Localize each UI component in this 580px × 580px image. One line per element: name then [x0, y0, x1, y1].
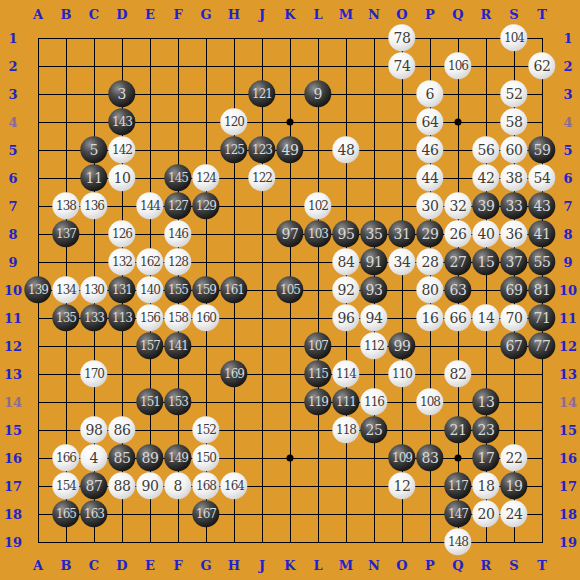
column-label-top: R — [481, 8, 492, 21]
stone-a10[interactable]: 139 — [24, 276, 51, 303]
stone-l14[interactable]: 119 — [304, 388, 331, 415]
move-number: 96 — [338, 311, 355, 325]
move-number: 135 — [56, 312, 76, 324]
move-number: 64 — [422, 115, 439, 129]
stone-l12[interactable]: 107 — [304, 332, 331, 359]
stone-q18[interactable]: 147 — [444, 500, 471, 527]
stone-c11[interactable]: 133 — [80, 304, 107, 331]
move-number: 98 — [86, 423, 103, 437]
stone-g7[interactable]: 129 — [192, 192, 219, 219]
move-number: 160 — [196, 312, 216, 324]
move-number: 62 — [534, 59, 551, 73]
star-point — [287, 455, 294, 462]
move-number: 156 — [140, 312, 160, 324]
stone-e16[interactable]: 89 — [136, 444, 163, 471]
stone-n9[interactable]: 91 — [360, 248, 387, 275]
stone-b10[interactable]: 134 — [52, 276, 79, 303]
stone-o2[interactable]: 74 — [388, 52, 415, 79]
stone-t11[interactable]: 71 — [528, 304, 555, 331]
row-label-right: 5 — [563, 144, 572, 157]
stone-r18[interactable]: 20 — [472, 500, 499, 527]
stone-o16[interactable]: 109 — [388, 444, 415, 471]
stone-k10[interactable]: 105 — [276, 276, 303, 303]
stone-t7[interactable]: 43 — [528, 192, 555, 219]
move-number: 25 — [366, 423, 383, 437]
stone-m14[interactable]: 111 — [332, 388, 359, 415]
stone-r8[interactable]: 40 — [472, 220, 499, 247]
move-number: 132 — [112, 256, 132, 268]
stone-t2[interactable]: 62 — [528, 52, 555, 79]
move-number: 35 — [366, 227, 383, 241]
move-number: 113 — [112, 312, 132, 324]
stone-p9[interactable]: 28 — [416, 248, 443, 275]
stone-g15[interactable]: 152 — [192, 416, 219, 443]
row-label-left: 19 — [4, 536, 22, 549]
stone-q11[interactable]: 66 — [444, 304, 471, 331]
stone-q17[interactable]: 117 — [444, 472, 471, 499]
stone-n10[interactable]: 93 — [360, 276, 387, 303]
stone-e11[interactable]: 156 — [136, 304, 163, 331]
column-label-bottom: N — [368, 559, 380, 572]
move-number: 131 — [112, 284, 132, 296]
move-number: 34 — [394, 255, 411, 269]
stone-e17[interactable]: 90 — [136, 472, 163, 499]
move-number: 121 — [252, 88, 272, 100]
stone-h13[interactable]: 169 — [220, 360, 247, 387]
move-number: 5 — [90, 143, 99, 157]
column-label-top: N — [368, 8, 380, 21]
stone-t9[interactable]: 55 — [528, 248, 555, 275]
row-label-right: 15 — [559, 424, 577, 437]
stone-n14[interactable]: 116 — [360, 388, 387, 415]
stone-t6[interactable]: 54 — [528, 164, 555, 191]
stone-q13[interactable]: 82 — [444, 360, 471, 387]
column-label-bottom: K — [284, 559, 295, 572]
stone-s1[interactable]: 104 — [500, 24, 527, 51]
stone-f6[interactable]: 145 — [164, 164, 191, 191]
stone-f10[interactable]: 155 — [164, 276, 191, 303]
move-number: 19 — [506, 479, 523, 493]
stone-n12[interactable]: 112 — [360, 332, 387, 359]
stone-d17[interactable]: 88 — [108, 472, 135, 499]
stone-d4[interactable]: 143 — [108, 108, 135, 135]
grid-line-horizontal — [38, 346, 543, 347]
column-label-bottom: H — [228, 559, 240, 572]
stone-q10[interactable]: 63 — [444, 276, 471, 303]
stone-h4[interactable]: 120 — [220, 108, 247, 135]
stone-p7[interactable]: 30 — [416, 192, 443, 219]
move-number: 126 — [112, 228, 132, 240]
stone-f7[interactable]: 127 — [164, 192, 191, 219]
stone-j3[interactable]: 121 — [248, 80, 275, 107]
go-board[interactable]: AABBCCDDEEFFGGHHJJKKLLMMNNOOPPQQRRSSTT11… — [0, 0, 580, 580]
move-number: 117 — [448, 480, 468, 492]
move-number: 168 — [196, 480, 216, 492]
stone-c17[interactable]: 87 — [80, 472, 107, 499]
stone-c13[interactable]: 170 — [80, 360, 107, 387]
stone-f17[interactable]: 8 — [164, 472, 191, 499]
stone-p6[interactable]: 44 — [416, 164, 443, 191]
move-number: 49 — [282, 143, 299, 157]
move-number: 18 — [478, 479, 495, 493]
stone-r11[interactable]: 14 — [472, 304, 499, 331]
move-number: 95 — [338, 227, 355, 241]
move-number: 105 — [280, 284, 300, 296]
stone-s11[interactable]: 70 — [500, 304, 527, 331]
row-label-right: 2 — [563, 60, 572, 73]
move-number: 23 — [478, 423, 495, 437]
stone-m11[interactable]: 96 — [332, 304, 359, 331]
move-number: 55 — [534, 255, 551, 269]
column-label-bottom: S — [509, 559, 518, 572]
row-label-right: 12 — [559, 340, 577, 353]
star-point — [455, 455, 462, 462]
stone-t10[interactable]: 81 — [528, 276, 555, 303]
stone-s9[interactable]: 37 — [500, 248, 527, 275]
move-number: 36 — [506, 227, 523, 241]
move-number: 154 — [56, 480, 76, 492]
stone-c5[interactable]: 5 — [80, 136, 107, 163]
column-label-top: F — [173, 8, 182, 21]
stone-o12[interactable]: 99 — [388, 332, 415, 359]
move-number: 99 — [394, 339, 411, 353]
stone-s12[interactable]: 67 — [500, 332, 527, 359]
column-label-bottom: J — [259, 559, 265, 572]
move-number: 155 — [168, 284, 188, 296]
column-label-top: E — [145, 8, 155, 21]
stone-d9[interactable]: 132 — [108, 248, 135, 275]
stone-f9[interactable]: 128 — [164, 248, 191, 275]
move-number: 39 — [478, 199, 495, 213]
column-label-bottom: R — [481, 559, 492, 572]
stone-n15[interactable]: 25 — [360, 416, 387, 443]
stone-r9[interactable]: 15 — [472, 248, 499, 275]
stone-c7[interactable]: 136 — [80, 192, 107, 219]
stone-e14[interactable]: 151 — [136, 388, 163, 415]
move-number: 86 — [114, 423, 131, 437]
stone-f16[interactable]: 149 — [164, 444, 191, 471]
stone-s6[interactable]: 38 — [500, 164, 527, 191]
stone-s7[interactable]: 33 — [500, 192, 527, 219]
stone-e9[interactable]: 162 — [136, 248, 163, 275]
stone-l7[interactable]: 102 — [304, 192, 331, 219]
move-number: 6 — [426, 87, 435, 101]
move-number: 26 — [450, 227, 467, 241]
move-number: 118 — [336, 424, 356, 436]
column-label-bottom: Q — [452, 559, 463, 572]
column-label-bottom: E — [145, 559, 155, 572]
move-number: 4 — [90, 451, 99, 465]
move-number: 38 — [506, 171, 523, 185]
stone-d16[interactable]: 85 — [108, 444, 135, 471]
move-number: 29 — [422, 227, 439, 241]
stone-o13[interactable]: 110 — [388, 360, 415, 387]
row-label-left: 7 — [8, 200, 17, 213]
row-label-right: 18 — [559, 508, 577, 521]
row-label-left: 9 — [8, 256, 17, 269]
stone-l3[interactable]: 9 — [304, 80, 331, 107]
move-number: 11 — [86, 171, 103, 185]
stone-h17[interactable]: 164 — [220, 472, 247, 499]
stone-l8[interactable]: 103 — [304, 220, 331, 247]
move-number: 153 — [168, 396, 188, 408]
stone-f14[interactable]: 153 — [164, 388, 191, 415]
stone-c18[interactable]: 163 — [80, 500, 107, 527]
move-number: 152 — [196, 424, 216, 436]
move-number: 112 — [364, 340, 384, 352]
move-number: 89 — [142, 451, 159, 465]
stone-d5[interactable]: 142 — [108, 136, 135, 163]
move-number: 54 — [534, 171, 551, 185]
move-number: 94 — [366, 311, 383, 325]
move-number: 17 — [478, 451, 495, 465]
stone-c15[interactable]: 98 — [80, 416, 107, 443]
row-label-left: 2 — [8, 60, 17, 73]
stone-b18[interactable]: 165 — [52, 500, 79, 527]
stone-r15[interactable]: 23 — [472, 416, 499, 443]
stone-p8[interactable]: 29 — [416, 220, 443, 247]
stone-q8[interactable]: 26 — [444, 220, 471, 247]
stone-q9[interactable]: 27 — [444, 248, 471, 275]
stone-q2[interactable]: 106 — [444, 52, 471, 79]
stone-b17[interactable]: 154 — [52, 472, 79, 499]
stone-s17[interactable]: 19 — [500, 472, 527, 499]
stone-d3[interactable]: 3 — [108, 80, 135, 107]
row-label-left: 1 — [8, 32, 17, 45]
move-number: 44 — [422, 171, 439, 185]
stone-c10[interactable]: 130 — [80, 276, 107, 303]
move-number: 59 — [534, 143, 551, 157]
stone-g18[interactable]: 167 — [192, 500, 219, 527]
column-label-bottom: C — [89, 559, 99, 572]
move-number: 111 — [336, 396, 356, 408]
stone-s8[interactable]: 36 — [500, 220, 527, 247]
column-label-top: B — [61, 8, 72, 21]
stone-p5[interactable]: 46 — [416, 136, 443, 163]
stone-s16[interactable]: 22 — [500, 444, 527, 471]
stone-o9[interactable]: 34 — [388, 248, 415, 275]
move-number: 120 — [224, 116, 244, 128]
stone-g16[interactable]: 150 — [192, 444, 219, 471]
stone-n11[interactable]: 94 — [360, 304, 387, 331]
stone-h5[interactable]: 125 — [220, 136, 247, 163]
stone-h10[interactable]: 161 — [220, 276, 247, 303]
move-number: 10 — [114, 171, 131, 185]
move-number: 32 — [450, 199, 467, 213]
move-number: 143 — [112, 116, 132, 128]
move-number: 8 — [174, 479, 183, 493]
move-number: 71 — [534, 311, 551, 325]
column-label-top: M — [339, 8, 353, 21]
move-number: 129 — [196, 200, 216, 212]
move-number: 37 — [506, 255, 523, 269]
stone-q19[interactable]: 148 — [444, 528, 471, 555]
move-number: 93 — [366, 283, 383, 297]
stone-f12[interactable]: 141 — [164, 332, 191, 359]
stone-s3[interactable]: 52 — [500, 80, 527, 107]
stone-b11[interactable]: 135 — [52, 304, 79, 331]
column-label-bottom: A — [33, 559, 43, 572]
move-number: 109 — [392, 452, 412, 464]
stone-d15[interactable]: 86 — [108, 416, 135, 443]
stone-s18[interactable]: 24 — [500, 500, 527, 527]
stone-s5[interactable]: 60 — [500, 136, 527, 163]
stone-q7[interactable]: 32 — [444, 192, 471, 219]
stone-t8[interactable]: 41 — [528, 220, 555, 247]
stone-o1[interactable]: 78 — [388, 24, 415, 51]
stone-f8[interactable]: 146 — [164, 220, 191, 247]
stone-g6[interactable]: 124 — [192, 164, 219, 191]
move-number: 119 — [308, 396, 328, 408]
row-label-left: 15 — [4, 424, 22, 437]
column-label-top: K — [284, 8, 295, 21]
stone-c16[interactable]: 4 — [80, 444, 107, 471]
stone-m10[interactable]: 92 — [332, 276, 359, 303]
stone-g10[interactable]: 159 — [192, 276, 219, 303]
move-number: 67 — [506, 339, 523, 353]
stone-o17[interactable]: 12 — [388, 472, 415, 499]
row-label-left: 14 — [4, 396, 22, 409]
stone-d10[interactable]: 131 — [108, 276, 135, 303]
column-label-top: G — [200, 8, 211, 21]
row-label-right: 19 — [559, 536, 577, 549]
column-label-bottom: G — [200, 559, 211, 572]
move-number: 16 — [422, 311, 439, 325]
move-number: 3 — [118, 87, 127, 101]
move-number: 148 — [448, 536, 468, 548]
star-point — [455, 119, 462, 126]
move-number: 66 — [450, 311, 467, 325]
move-number: 41 — [534, 227, 551, 241]
stone-e12[interactable]: 157 — [136, 332, 163, 359]
stone-j6[interactable]: 122 — [248, 164, 275, 191]
move-number: 52 — [506, 87, 523, 101]
stone-n8[interactable]: 35 — [360, 220, 387, 247]
move-number: 103 — [308, 228, 328, 240]
stone-j5[interactable]: 123 — [248, 136, 275, 163]
stone-d8[interactable]: 126 — [108, 220, 135, 247]
row-label-left: 11 — [4, 312, 22, 325]
move-number: 142 — [112, 144, 132, 156]
row-label-right: 13 — [559, 368, 577, 381]
move-number: 157 — [140, 340, 160, 352]
move-number: 134 — [56, 284, 76, 296]
column-label-top: S — [509, 8, 518, 21]
move-number: 12 — [394, 479, 411, 493]
stone-g17[interactable]: 168 — [192, 472, 219, 499]
stone-e7[interactable]: 144 — [136, 192, 163, 219]
move-number: 74 — [394, 59, 411, 73]
row-label-left: 8 — [8, 228, 17, 241]
stone-q15[interactable]: 21 — [444, 416, 471, 443]
stone-b16[interactable]: 166 — [52, 444, 79, 471]
stone-k5[interactable]: 49 — [276, 136, 303, 163]
stone-d11[interactable]: 113 — [108, 304, 135, 331]
move-number: 108 — [420, 396, 440, 408]
stone-c6[interactable]: 11 — [80, 164, 107, 191]
move-number: 110 — [392, 368, 412, 380]
move-number: 159 — [196, 284, 216, 296]
move-number: 106 — [448, 60, 468, 72]
stone-s4[interactable]: 58 — [500, 108, 527, 135]
stone-r7[interactable]: 39 — [472, 192, 499, 219]
stone-p3[interactable]: 6 — [416, 80, 443, 107]
row-label-left: 16 — [4, 452, 22, 465]
star-point — [287, 119, 294, 126]
row-label-left: 6 — [8, 172, 17, 185]
move-number: 82 — [450, 367, 467, 381]
row-label-right: 11 — [559, 312, 577, 325]
stone-m15[interactable]: 118 — [332, 416, 359, 443]
column-label-bottom: D — [116, 559, 127, 572]
stone-p14[interactable]: 108 — [416, 388, 443, 415]
stone-e10[interactable]: 140 — [136, 276, 163, 303]
stone-r17[interactable]: 18 — [472, 472, 499, 499]
row-label-left: 12 — [4, 340, 22, 353]
row-label-left: 3 — [8, 88, 17, 101]
stone-m13[interactable]: 114 — [332, 360, 359, 387]
move-number: 123 — [252, 144, 272, 156]
stone-r6[interactable]: 42 — [472, 164, 499, 191]
stone-b8[interactable]: 137 — [52, 220, 79, 247]
stone-p11[interactable]: 16 — [416, 304, 443, 331]
column-label-top: A — [33, 8, 43, 21]
stone-m5[interactable]: 48 — [332, 136, 359, 163]
move-number: 56 — [478, 143, 495, 157]
row-label-left: 4 — [8, 116, 17, 129]
stone-m8[interactable]: 95 — [332, 220, 359, 247]
grid-line-horizontal — [38, 402, 543, 403]
stone-r14[interactable]: 13 — [472, 388, 499, 415]
row-label-right: 7 — [563, 200, 572, 213]
move-number: 69 — [506, 283, 523, 297]
column-label-top: L — [313, 8, 322, 21]
stone-t12[interactable]: 77 — [528, 332, 555, 359]
stone-p10[interactable]: 80 — [416, 276, 443, 303]
move-number: 125 — [224, 144, 244, 156]
stone-f11[interactable]: 158 — [164, 304, 191, 331]
row-label-right: 9 — [563, 256, 572, 269]
stone-s10[interactable]: 69 — [500, 276, 527, 303]
stone-r5[interactable]: 56 — [472, 136, 499, 163]
column-label-bottom: M — [339, 559, 353, 572]
move-number: 92 — [338, 283, 355, 297]
stone-d6[interactable]: 10 — [108, 164, 135, 191]
stone-b7[interactable]: 138 — [52, 192, 79, 219]
move-number: 31 — [394, 227, 411, 241]
stone-p4[interactable]: 64 — [416, 108, 443, 135]
move-number: 147 — [448, 508, 468, 520]
stone-l13[interactable]: 115 — [304, 360, 331, 387]
move-number: 40 — [478, 227, 495, 241]
move-number: 145 — [168, 172, 188, 184]
stone-m9[interactable]: 84 — [332, 248, 359, 275]
stone-r16[interactable]: 17 — [472, 444, 499, 471]
move-number: 24 — [506, 507, 523, 521]
stone-o8[interactable]: 31 — [388, 220, 415, 247]
stone-k8[interactable]: 97 — [276, 220, 303, 247]
move-number: 21 — [450, 423, 467, 437]
column-label-top: D — [116, 8, 127, 21]
move-number: 163 — [84, 508, 104, 520]
move-number: 138 — [56, 200, 76, 212]
stone-t5[interactable]: 59 — [528, 136, 555, 163]
move-number: 84 — [338, 255, 355, 269]
move-number: 85 — [114, 451, 131, 465]
stone-g11[interactable]: 160 — [192, 304, 219, 331]
stone-p16[interactable]: 83 — [416, 444, 443, 471]
move-number: 139 — [28, 284, 48, 296]
